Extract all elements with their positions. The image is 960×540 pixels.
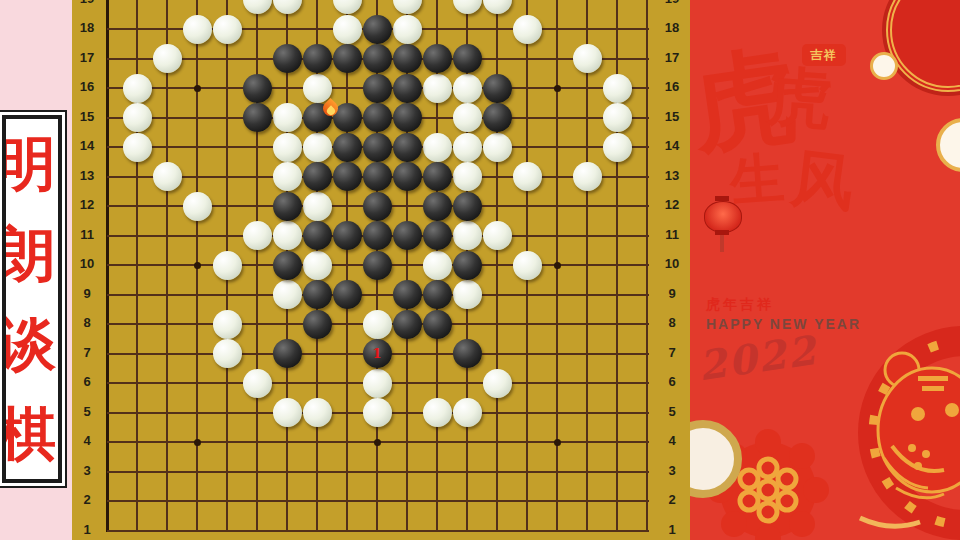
board-grid-line <box>586 0 588 532</box>
black-stone-H9[interactable] <box>303 280 332 309</box>
black-stone-L9[interactable] <box>393 280 422 309</box>
black-stone-L16[interactable] <box>393 74 422 103</box>
white-stone-C13[interactable] <box>153 162 182 191</box>
white-stone-G13[interactable] <box>273 162 302 191</box>
bead-ornament <box>870 52 898 80</box>
board-row-label: 15 <box>74 109 100 124</box>
white-stone-G5[interactable] <box>273 398 302 427</box>
white-stone-F6[interactable] <box>243 369 272 398</box>
black-stone-G10[interactable] <box>273 251 302 280</box>
white-stone-B15[interactable] <box>123 103 152 132</box>
white-stone-M5[interactable] <box>423 398 452 427</box>
board-row-label: 17 <box>659 50 685 65</box>
board-row-label: 3 <box>659 463 685 478</box>
board-grid-line <box>106 0 109 532</box>
white-stone-L19[interactable] <box>393 0 422 14</box>
board-row-label: 13 <box>659 168 685 183</box>
black-stone-G12[interactable] <box>273 192 302 221</box>
board-row-label: 8 <box>74 315 100 330</box>
board-row-label: 1 <box>659 522 685 537</box>
white-stone-N16[interactable] <box>453 74 482 103</box>
black-stone-K15[interactable] <box>363 103 392 132</box>
black-stone-M8[interactable] <box>423 310 452 339</box>
white-stone-F11[interactable] <box>243 221 272 250</box>
white-stone-S16[interactable] <box>603 74 632 103</box>
white-stone-J18[interactable] <box>333 15 362 44</box>
board-row-label: 11 <box>74 227 100 242</box>
board-row-label: 2 <box>659 492 685 507</box>
channel-title-char: 棋 <box>2 389 57 479</box>
white-stone-R13[interactable] <box>573 162 602 191</box>
black-stone-K18[interactable] <box>363 15 392 44</box>
board-row-label: 4 <box>659 433 685 448</box>
white-stone-D12[interactable] <box>183 192 212 221</box>
white-stone-L18[interactable] <box>393 15 422 44</box>
white-stone-M14[interactable] <box>423 133 452 162</box>
board-row-label: 14 <box>74 138 100 153</box>
calligraphy-char: 虎 <box>766 64 834 132</box>
black-stone-N12[interactable] <box>453 192 482 221</box>
black-stone-J9[interactable] <box>333 280 362 309</box>
white-stone-O6[interactable] <box>483 369 512 398</box>
left-channel-panel: 明 朗 谈 棋 <box>0 0 72 540</box>
blessing-text-cn: 虎年吉祥 <box>706 296 774 314</box>
white-stone-N11[interactable] <box>453 221 482 250</box>
white-stone-H12[interactable] <box>303 192 332 221</box>
black-stone-F16[interactable] <box>243 74 272 103</box>
calligraphy-char: 风 <box>788 146 857 215</box>
seal-stamp: 吉祥 <box>802 44 846 66</box>
white-stone-K6[interactable] <box>363 369 392 398</box>
black-stone-L15[interactable] <box>393 103 422 132</box>
white-stone-P10[interactable] <box>513 251 542 280</box>
board-grid-line <box>107 294 649 296</box>
black-stone-L8[interactable] <box>393 310 422 339</box>
white-stone-B16[interactable] <box>123 74 152 103</box>
board-row-label: 18 <box>74 20 100 35</box>
hoshi-point <box>194 85 201 92</box>
black-stone-J13[interactable] <box>333 162 362 191</box>
hoshi-point <box>554 439 561 446</box>
white-stone-O11[interactable] <box>483 221 512 250</box>
black-stone-G17[interactable] <box>273 44 302 73</box>
lantern-icon <box>704 196 740 252</box>
black-stone-G7[interactable] <box>273 339 302 368</box>
board-grid-line <box>107 500 649 502</box>
white-stone-N15[interactable] <box>453 103 482 132</box>
white-stone-N9[interactable] <box>453 280 482 309</box>
board-row-label: 8 <box>659 315 685 330</box>
white-stone-S14[interactable] <box>603 133 632 162</box>
white-stone-N19[interactable] <box>453 0 482 14</box>
white-stone-N5[interactable] <box>453 398 482 427</box>
board-row-label: 12 <box>659 197 685 212</box>
board-row-label: 18 <box>659 20 685 35</box>
board-row-label: 11 <box>659 227 685 242</box>
white-stone-G19[interactable] <box>273 0 302 14</box>
board-row-label: 3 <box>74 463 100 478</box>
board-row-label: 13 <box>74 168 100 183</box>
black-stone-F15[interactable] <box>243 103 272 132</box>
board-row-label: 9 <box>74 286 100 301</box>
board-row-label: 12 <box>74 197 100 212</box>
go-board[interactable]: 1919181817171616151514141313121211111010… <box>72 0 690 540</box>
black-stone-M9[interactable] <box>423 280 452 309</box>
black-stone-K17[interactable] <box>363 44 392 73</box>
board-row-label: 5 <box>74 404 100 419</box>
black-stone-J17[interactable] <box>333 44 362 73</box>
board-grid-line <box>107 471 649 473</box>
white-stone-E7[interactable] <box>213 339 242 368</box>
white-stone-R17[interactable] <box>573 44 602 73</box>
board-row-label: 5 <box>659 404 685 419</box>
board-row-label: 6 <box>74 374 100 389</box>
board-row-label: 10 <box>74 256 100 271</box>
board-row-label: 19 <box>659 0 685 6</box>
white-stone-N14[interactable] <box>453 133 482 162</box>
board-row-label: 4 <box>74 433 100 448</box>
black-stone-L11[interactable] <box>393 221 422 250</box>
white-stone-F19[interactable] <box>243 0 272 14</box>
white-stone-J19[interactable] <box>333 0 362 14</box>
channel-title-char: 谈 <box>2 299 57 389</box>
black-stone-M13[interactable] <box>423 162 452 191</box>
channel-title-char: 朗 <box>2 209 57 299</box>
channel-title-char: 明 <box>2 119 57 209</box>
black-stone-J11[interactable] <box>333 221 362 250</box>
board-row-label: 14 <box>659 138 685 153</box>
black-stone-L14[interactable] <box>393 133 422 162</box>
board-row-label: 9 <box>659 286 685 301</box>
white-stone-E10[interactable] <box>213 251 242 280</box>
black-stone-K16[interactable] <box>363 74 392 103</box>
black-stone-K10[interactable] <box>363 251 392 280</box>
white-stone-H10[interactable] <box>303 251 332 280</box>
black-stone-K12[interactable] <box>363 192 392 221</box>
board-grid-line <box>166 0 168 532</box>
board-row-label: 1 <box>74 522 100 537</box>
black-stone-M17[interactable] <box>423 44 452 73</box>
white-stone-M16[interactable] <box>423 74 452 103</box>
white-stone-H16[interactable] <box>303 74 332 103</box>
black-stone-H17[interactable] <box>303 44 332 73</box>
board-row-label: 16 <box>74 79 100 94</box>
white-stone-E18[interactable] <box>213 15 242 44</box>
board-row-label: 7 <box>74 345 100 360</box>
board-grid-line <box>346 0 348 532</box>
white-stone-C17[interactable] <box>153 44 182 73</box>
new-year-poster-panel: 虎 虎 生 风 吉祥 虎年吉祥 HAPPY NEW YEAR 2022 <box>690 0 960 540</box>
hoshi-point <box>194 262 201 269</box>
board-row-label: 15 <box>659 109 685 124</box>
black-stone-H8[interactable] <box>303 310 332 339</box>
white-stone-K5[interactable] <box>363 398 392 427</box>
white-stone-B14[interactable] <box>123 133 152 162</box>
hoshi-point <box>194 439 201 446</box>
flame-marker-icon <box>323 101 340 122</box>
board-row-label: 16 <box>659 79 685 94</box>
black-stone-L17[interactable] <box>393 44 422 73</box>
screenshot-stage: 明 朗 谈 棋 19191818171716161515141413131212… <box>0 0 960 540</box>
white-stone-G11[interactable] <box>273 221 302 250</box>
move-number-label: 1 <box>363 346 392 361</box>
white-stone-P13[interactable] <box>513 162 542 191</box>
board-row-label: 19 <box>74 0 100 6</box>
board-row-label: 10 <box>659 256 685 271</box>
black-stone-K11[interactable] <box>363 221 392 250</box>
white-stone-P18[interactable] <box>513 15 542 44</box>
board-row-label: 2 <box>74 492 100 507</box>
white-stone-K8[interactable] <box>363 310 392 339</box>
white-stone-H14[interactable] <box>303 133 332 162</box>
black-stone-N7[interactable] <box>453 339 482 368</box>
channel-title-box: 明 朗 谈 棋 <box>2 115 62 483</box>
board-row-label: 6 <box>659 374 685 389</box>
black-stone-O16[interactable] <box>483 74 512 103</box>
black-stone-L13[interactable] <box>393 162 422 191</box>
black-stone-M12[interactable] <box>423 192 452 221</box>
black-stone-H11[interactable] <box>303 221 332 250</box>
black-stone-J14[interactable] <box>333 133 362 162</box>
black-stone-M11[interactable] <box>423 221 452 250</box>
board-grid-line <box>646 0 648 532</box>
black-stone-N17[interactable] <box>453 44 482 73</box>
black-stone-K14[interactable] <box>363 133 392 162</box>
white-stone-O19[interactable] <box>483 0 512 14</box>
white-stone-G14[interactable] <box>273 133 302 162</box>
board-row-label: 7 <box>659 345 685 360</box>
hoshi-point <box>554 262 561 269</box>
black-stone-N10[interactable] <box>453 251 482 280</box>
hoshi-point <box>374 439 381 446</box>
black-stone-H13[interactable] <box>303 162 332 191</box>
white-stone-M10[interactable] <box>423 251 452 280</box>
black-stone-K13[interactable] <box>363 162 392 191</box>
white-stone-G15[interactable] <box>273 103 302 132</box>
white-stone-O14[interactable] <box>483 133 512 162</box>
white-stone-N13[interactable] <box>453 162 482 191</box>
white-stone-H5[interactable] <box>303 398 332 427</box>
white-stone-D18[interactable] <box>183 15 212 44</box>
white-stone-S15[interactable] <box>603 103 632 132</box>
board-row-label: 17 <box>74 50 100 65</box>
white-stone-G9[interactable] <box>273 280 302 309</box>
board-grid-line <box>107 530 649 532</box>
black-stone-O15[interactable] <box>483 103 512 132</box>
white-stone-E8[interactable] <box>213 310 242 339</box>
hoshi-point <box>554 85 561 92</box>
